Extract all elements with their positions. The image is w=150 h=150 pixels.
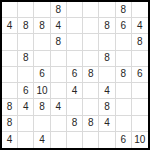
clue-cell-r7c4: 4 [51, 99, 67, 115]
clue-cell-r9c3: 4 [34, 132, 50, 148]
clue-cell-r2c7: 8 [99, 18, 115, 34]
clue-cell-r2c1: 4 [2, 18, 18, 34]
clue-cell-r5c5: 6 [67, 67, 83, 83]
clue-cell-r9c1: 4 [2, 132, 18, 148]
empty-cell-r9c7[interactable] [99, 132, 115, 148]
empty-cell-r5c7[interactable] [99, 67, 115, 83]
empty-cell-r4c5[interactable] [67, 51, 83, 67]
empty-cell-r4c8[interactable] [116, 51, 132, 67]
empty-cell-r3c6[interactable] [83, 34, 99, 50]
empty-cell-r9c6[interactable] [83, 132, 99, 148]
empty-cell-r6c4[interactable] [51, 83, 67, 99]
empty-cell-r1c2[interactable] [18, 2, 34, 18]
empty-cell-r3c2[interactable] [18, 34, 34, 50]
empty-cell-r4c6[interactable] [83, 51, 99, 67]
clue-cell-r4c2: 8 [18, 51, 34, 67]
empty-cell-r8c2[interactable] [18, 116, 34, 132]
empty-cell-r6c1[interactable] [2, 83, 18, 99]
empty-cell-r3c3[interactable] [34, 34, 50, 50]
clue-cell-r4c7: 8 [99, 51, 115, 67]
empty-cell-r3c1[interactable] [2, 34, 18, 50]
clue-cell-r1c4: 8 [51, 2, 67, 18]
empty-cell-r6c9[interactable] [132, 83, 148, 99]
clue-cell-r8c7: 4 [99, 116, 115, 132]
clue-cell-r5c9: 6 [132, 67, 148, 83]
empty-cell-r1c1[interactable] [2, 2, 18, 18]
clue-cell-r3c4: 8 [51, 34, 67, 50]
empty-cell-r8c8[interactable] [116, 116, 132, 132]
empty-cell-r4c3[interactable] [34, 51, 50, 67]
clue-cell-r7c1: 8 [2, 99, 18, 115]
clue-cell-r7c2: 4 [18, 99, 34, 115]
empty-cell-r8c9[interactable] [132, 116, 148, 132]
clue-cell-r8c5: 8 [67, 116, 83, 132]
clue-cell-r1c8: 8 [116, 2, 132, 18]
empty-cell-r4c1[interactable] [2, 51, 18, 67]
clue-cell-r2c8: 6 [116, 18, 132, 34]
clue-cell-r2c2: 8 [18, 18, 34, 34]
empty-cell-r2c6[interactable] [83, 18, 99, 34]
empty-cell-r7c9[interactable] [132, 99, 148, 115]
empty-cell-r1c3[interactable] [34, 2, 50, 18]
clue-cell-r6c2: 6 [18, 83, 34, 99]
empty-cell-r6c6[interactable] [83, 83, 99, 99]
clue-cell-r9c8: 6 [116, 132, 132, 148]
empty-cell-r1c7[interactable] [99, 2, 115, 18]
empty-cell-r7c6[interactable] [83, 99, 99, 115]
empty-cell-r7c8[interactable] [116, 99, 132, 115]
empty-cell-r3c8[interactable] [116, 34, 132, 50]
empty-cell-r8c4[interactable] [51, 116, 67, 132]
empty-cell-r3c7[interactable] [99, 34, 115, 50]
empty-cell-r9c5[interactable] [67, 132, 83, 148]
empty-cell-r1c5[interactable] [67, 2, 83, 18]
empty-cell-r9c4[interactable] [51, 132, 67, 148]
clue-cell-r6c3: 10 [34, 83, 50, 99]
clue-cell-r2c3: 8 [34, 18, 50, 34]
empty-cell-r4c9[interactable] [132, 51, 148, 67]
empty-cell-r3c5[interactable] [67, 34, 83, 50]
empty-cell-r1c6[interactable] [83, 2, 99, 18]
empty-cell-r2c5[interactable] [67, 18, 83, 34]
empty-cell-r5c4[interactable] [51, 67, 67, 83]
empty-cell-r8c3[interactable] [34, 116, 50, 132]
empty-cell-r5c1[interactable] [2, 67, 18, 83]
clue-cell-r7c3: 8 [34, 99, 50, 115]
puzzle-board: 8848848648888668866104484848888444610 [0, 0, 150, 150]
empty-cell-r7c5[interactable] [67, 99, 83, 115]
clue-cell-r8c6: 8 [83, 116, 99, 132]
empty-cell-r1c9[interactable] [132, 2, 148, 18]
clue-cell-r5c8: 8 [116, 67, 132, 83]
clue-cell-r5c6: 8 [83, 67, 99, 83]
empty-cell-r4c4[interactable] [51, 51, 67, 67]
empty-cell-r6c8[interactable] [116, 83, 132, 99]
empty-cell-r5c2[interactable] [18, 67, 34, 83]
clue-cell-r2c4: 4 [51, 18, 67, 34]
clue-cell-r2c9: 4 [132, 18, 148, 34]
empty-cell-r9c2[interactable] [18, 132, 34, 148]
clue-cell-r6c7: 4 [99, 83, 115, 99]
clue-cell-r5c3: 6 [34, 67, 50, 83]
clue-cell-r9c9: 10 [132, 132, 148, 148]
clue-cell-r6c5: 4 [67, 83, 83, 99]
clue-cell-r7c7: 8 [99, 99, 115, 115]
clue-cell-r8c1: 8 [2, 116, 18, 132]
clue-cell-r3c9: 8 [132, 34, 148, 50]
